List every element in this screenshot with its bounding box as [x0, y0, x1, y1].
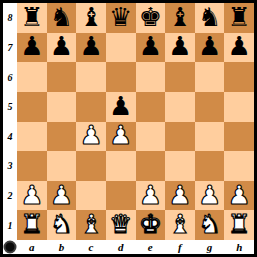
black-bishop[interactable]: ♝: [79, 4, 102, 30]
file-label-d: d: [106, 240, 136, 254]
white-rook[interactable]: ♜: [228, 211, 251, 237]
square-e3[interactable]: [136, 151, 166, 181]
square-d1[interactable]: ♛: [106, 210, 136, 240]
file-labels: abcdefgh: [17, 240, 254, 254]
black-bishop[interactable]: ♝: [168, 4, 191, 30]
white-pawn[interactable]: ♟: [139, 182, 162, 208]
square-h4[interactable]: [224, 122, 254, 152]
rank-label-8: 8: [3, 3, 17, 33]
black-king[interactable]: ♚: [139, 4, 162, 30]
square-c3[interactable]: [76, 151, 106, 181]
white-pawn[interactable]: ♟: [109, 122, 132, 148]
square-c4[interactable]: ♟: [76, 122, 106, 152]
white-pawn[interactable]: ♟: [228, 182, 251, 208]
square-d6[interactable]: [106, 62, 136, 92]
white-pawn[interactable]: ♟: [79, 122, 102, 148]
square-b4[interactable]: [47, 122, 77, 152]
square-a7[interactable]: ♟: [17, 33, 47, 63]
white-bishop[interactable]: ♝: [168, 211, 191, 237]
square-g2[interactable]: ♟: [195, 181, 225, 211]
square-f8[interactable]: ♝: [165, 3, 195, 33]
square-d3[interactable]: [106, 151, 136, 181]
rank-label-3: 3: [3, 151, 17, 181]
white-pawn[interactable]: ♟: [198, 182, 221, 208]
square-b7[interactable]: ♟: [47, 33, 77, 63]
white-rook[interactable]: ♜: [20, 211, 43, 237]
square-e6[interactable]: [136, 62, 166, 92]
square-b1[interactable]: ♞: [47, 210, 77, 240]
square-h6[interactable]: [224, 62, 254, 92]
square-c7[interactable]: ♟: [76, 33, 106, 63]
black-pawn[interactable]: ♟: [50, 33, 73, 59]
square-e8[interactable]: ♚: [136, 3, 166, 33]
rank-label-7: 7: [3, 33, 17, 63]
square-c6[interactable]: [76, 62, 106, 92]
square-g4[interactable]: [195, 122, 225, 152]
square-f2[interactable]: ♟: [165, 181, 195, 211]
file-label-g: g: [195, 240, 225, 254]
black-pawn[interactable]: ♟: [228, 33, 251, 59]
square-b2[interactable]: ♟: [47, 181, 77, 211]
square-h1[interactable]: ♜: [224, 210, 254, 240]
square-b5[interactable]: [47, 92, 77, 122]
square-d5[interactable]: ♟: [106, 92, 136, 122]
square-d2[interactable]: [106, 181, 136, 211]
square-d4[interactable]: ♟: [106, 122, 136, 152]
white-pawn[interactable]: ♟: [20, 182, 43, 208]
square-f5[interactable]: [165, 92, 195, 122]
white-bishop[interactable]: ♝: [79, 211, 102, 237]
square-d8[interactable]: ♛: [106, 3, 136, 33]
square-e4[interactable]: [136, 122, 166, 152]
rank-label-1: 1: [3, 210, 17, 240]
square-c1[interactable]: ♝: [76, 210, 106, 240]
black-pawn[interactable]: ♟: [109, 93, 132, 119]
square-b8[interactable]: ♞: [47, 3, 77, 33]
black-pawn[interactable]: ♟: [20, 33, 43, 59]
black-queen[interactable]: ♛: [109, 4, 132, 30]
square-c5[interactable]: [76, 92, 106, 122]
square-g3[interactable]: [195, 151, 225, 181]
chess-diagram: 87654321 ♜♞♝♛♚♝♞♜♟♟♟♟♟♟♟♟♟♟♟♟♟♟♟♟♜♞♝♛♚♝♞…: [0, 0, 257, 257]
black-pawn[interactable]: ♟: [168, 33, 191, 59]
file-label-e: e: [136, 240, 166, 254]
white-pawn[interactable]: ♟: [50, 182, 73, 208]
square-d7[interactable]: [106, 33, 136, 63]
square-e2[interactable]: ♟: [136, 181, 166, 211]
square-e5[interactable]: [136, 92, 166, 122]
square-f3[interactable]: [165, 151, 195, 181]
square-b3[interactable]: [47, 151, 77, 181]
turn-indicator-corner: [3, 240, 17, 254]
square-g7[interactable]: ♟: [195, 33, 225, 63]
square-g8[interactable]: ♞: [195, 3, 225, 33]
black-pawn[interactable]: ♟: [198, 33, 221, 59]
square-a5[interactable]: [17, 92, 47, 122]
black-rook[interactable]: ♜: [20, 4, 43, 30]
square-c2[interactable]: [76, 181, 106, 211]
square-h2[interactable]: ♟: [224, 181, 254, 211]
square-h8[interactable]: ♜: [224, 3, 254, 33]
file-label-f: f: [165, 240, 195, 254]
square-a6[interactable]: [17, 62, 47, 92]
white-knight[interactable]: ♞: [50, 211, 73, 237]
file-label-b: b: [47, 240, 77, 254]
file-label-a: a: [17, 240, 47, 254]
square-f1[interactable]: ♝: [165, 210, 195, 240]
square-g1[interactable]: ♞: [195, 210, 225, 240]
rank-labels: 87654321: [3, 3, 17, 240]
square-a1[interactable]: ♜: [17, 210, 47, 240]
square-e7[interactable]: ♟: [136, 33, 166, 63]
square-h7[interactable]: ♟: [224, 33, 254, 63]
square-e1[interactable]: ♚: [136, 210, 166, 240]
white-king[interactable]: ♚: [139, 211, 162, 237]
square-a2[interactable]: ♟: [17, 181, 47, 211]
rank-label-4: 4: [3, 122, 17, 152]
square-f6[interactable]: [165, 62, 195, 92]
square-a3[interactable]: [17, 151, 47, 181]
square-c8[interactable]: ♝: [76, 3, 106, 33]
file-label-c: c: [76, 240, 106, 254]
rank-label-5: 5: [3, 92, 17, 122]
square-b6[interactable]: [47, 62, 77, 92]
black-knight[interactable]: ♞: [198, 4, 221, 30]
rank-label-2: 2: [3, 181, 17, 211]
white-queen[interactable]: ♛: [109, 211, 132, 237]
black-knight[interactable]: ♞: [50, 4, 73, 30]
square-a8[interactable]: ♜: [17, 3, 47, 33]
square-a4[interactable]: [17, 122, 47, 152]
square-f7[interactable]: ♟: [165, 33, 195, 63]
square-h5[interactable]: [224, 92, 254, 122]
file-label-h: h: [224, 240, 254, 254]
black-pawn[interactable]: ♟: [139, 33, 162, 59]
white-pawn[interactable]: ♟: [168, 182, 191, 208]
square-h3[interactable]: [224, 151, 254, 181]
square-g6[interactable]: [195, 62, 225, 92]
square-g5[interactable]: [195, 92, 225, 122]
black-rook[interactable]: ♜: [228, 4, 251, 30]
black-to-move-dot: [4, 241, 17, 254]
chess-board[interactable]: ♜♞♝♛♚♝♞♜♟♟♟♟♟♟♟♟♟♟♟♟♟♟♟♟♜♞♝♛♚♝♞♜: [17, 3, 254, 240]
diagram-inner: 87654321 ♜♞♝♛♚♝♞♜♟♟♟♟♟♟♟♟♟♟♟♟♟♟♟♟♜♞♝♛♚♝♞…: [3, 3, 254, 254]
square-f4[interactable]: [165, 122, 195, 152]
white-knight[interactable]: ♞: [198, 211, 221, 237]
black-pawn[interactable]: ♟: [79, 33, 102, 59]
rank-label-6: 6: [3, 62, 17, 92]
